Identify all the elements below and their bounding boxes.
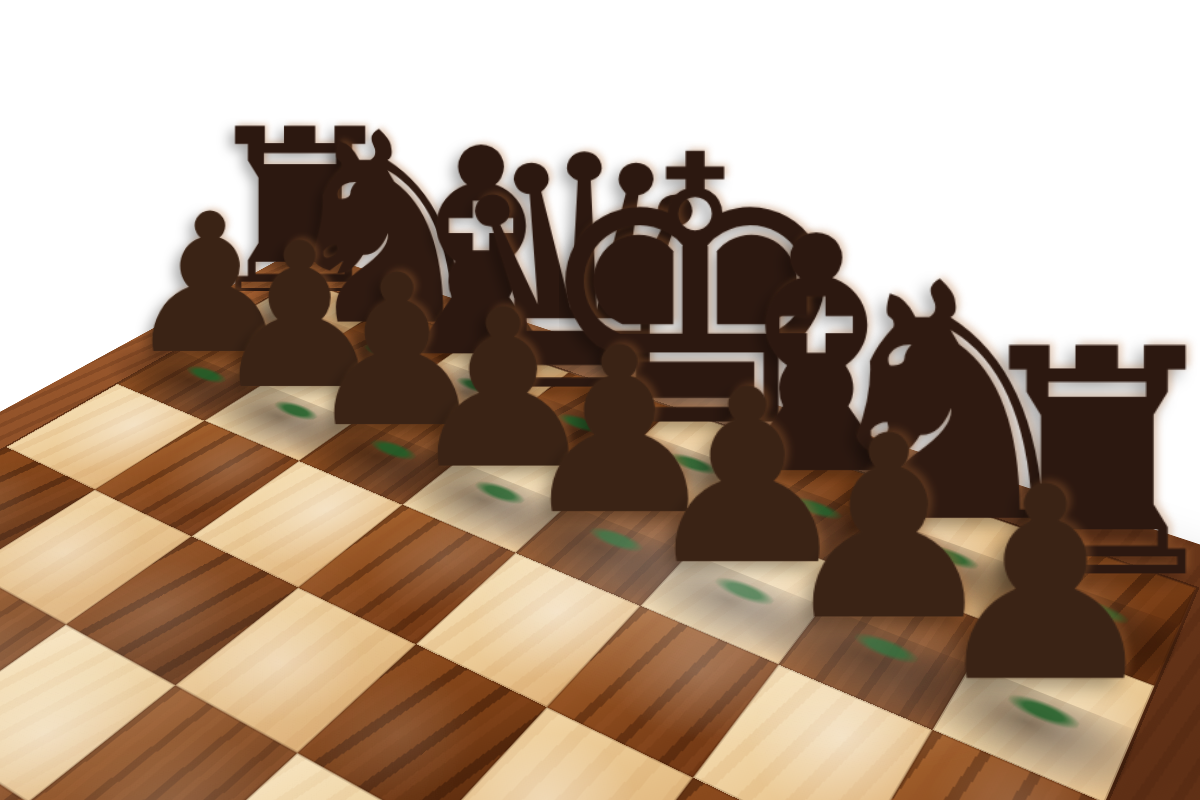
chess-board: ♜♞♝♛♚♝♞♜♟♟♟♟♟♟♟♟ [0,248,1200,800]
board-grid: ♜♞♝♛♚♝♞♜♟♟♟♟♟♟♟♟ [0,280,1196,800]
piece-black-pawn-h7[interactable]: ♟ [874,194,1200,707]
product-photo: ♜♞♝♛♚♝♞♜♟♟♟♟♟♟♟♟ [0,0,1200,800]
